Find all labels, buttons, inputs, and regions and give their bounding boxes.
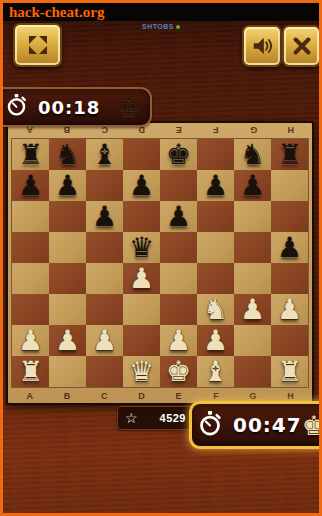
piece-white-king: ♚ bbox=[166, 358, 191, 386]
expand-arrows-icon bbox=[25, 33, 51, 57]
piece-white-knight: ♞ bbox=[203, 296, 228, 324]
square-b7[interactable]: ♟ bbox=[49, 170, 86, 201]
file-label-g-top: G bbox=[235, 123, 272, 138]
square-h6[interactable] bbox=[271, 201, 308, 232]
piece-black-pawn: ♟ bbox=[277, 234, 302, 262]
piece-black-king: ♚ bbox=[166, 141, 191, 169]
square-e1[interactable]: ♚ bbox=[160, 356, 197, 387]
stopwatch-icon bbox=[197, 410, 223, 441]
piece-black-pawn: ♟ bbox=[18, 172, 43, 200]
close-button[interactable] bbox=[282, 25, 321, 67]
square-b8[interactable]: ♞ bbox=[49, 139, 86, 170]
star-icon: ☆ bbox=[125, 411, 138, 425]
square-g5[interactable] bbox=[234, 232, 271, 263]
square-f5[interactable] bbox=[197, 232, 234, 263]
file-label-e-top: E bbox=[160, 123, 197, 138]
piece-white-rook: ♜ bbox=[277, 358, 302, 386]
square-g4[interactable] bbox=[234, 263, 271, 294]
square-c7[interactable] bbox=[86, 170, 123, 201]
watermark-text: SHTOBS bbox=[142, 23, 174, 30]
square-g7[interactable]: ♟ bbox=[234, 170, 271, 201]
square-b3[interactable] bbox=[49, 294, 86, 325]
chess-board: ABCDEFGH ♜♞♝♚♞♜♟♟♟♟♟♟♟♛♟♟♞♟♟♟♟♟♟♟♜♛♚♝♜ A… bbox=[6, 121, 314, 405]
file-label-b-bottom: B bbox=[48, 388, 85, 403]
square-b6[interactable] bbox=[49, 201, 86, 232]
square-h4[interactable] bbox=[271, 263, 308, 294]
file-label-h-top: H bbox=[272, 123, 309, 138]
square-a7[interactable]: ♟ bbox=[12, 170, 49, 201]
square-d3[interactable] bbox=[123, 294, 160, 325]
black-clock-time: 00:18 bbox=[38, 97, 100, 118]
square-c8[interactable]: ♝ bbox=[86, 139, 123, 170]
square-c6[interactable]: ♟ bbox=[86, 201, 123, 232]
square-d4[interactable]: ♟ bbox=[123, 263, 160, 294]
square-f3[interactable]: ♞ bbox=[197, 294, 234, 325]
square-e2[interactable]: ♟ bbox=[160, 325, 197, 356]
square-e4[interactable] bbox=[160, 263, 197, 294]
square-f1[interactable]: ♝ bbox=[197, 356, 234, 387]
square-d6[interactable] bbox=[123, 201, 160, 232]
square-h3[interactable]: ♟ bbox=[271, 294, 308, 325]
file-label-f-top: F bbox=[197, 123, 234, 138]
piece-black-rook: ♜ bbox=[18, 141, 43, 169]
square-a3[interactable] bbox=[12, 294, 49, 325]
square-c3[interactable] bbox=[86, 294, 123, 325]
square-d1[interactable]: ♛ bbox=[123, 356, 160, 387]
square-a1[interactable]: ♜ bbox=[12, 356, 49, 387]
piece-black-knight: ♞ bbox=[240, 141, 265, 169]
piece-black-pawn: ♟ bbox=[55, 172, 80, 200]
square-h1[interactable]: ♜ bbox=[271, 356, 308, 387]
square-c1[interactable] bbox=[86, 356, 123, 387]
piece-black-knight: ♞ bbox=[55, 141, 80, 169]
fullscreen-button[interactable] bbox=[13, 23, 62, 67]
hack-cheat-banner[interactable]: hack-cheat.org bbox=[3, 3, 319, 21]
square-e6[interactable]: ♟ bbox=[160, 201, 197, 232]
square-e7[interactable] bbox=[160, 170, 197, 201]
square-h8[interactable]: ♜ bbox=[271, 139, 308, 170]
square-a5[interactable] bbox=[12, 232, 49, 263]
square-h5[interactable]: ♟ bbox=[271, 232, 308, 263]
square-c4[interactable] bbox=[86, 263, 123, 294]
chess-board-squares: ♜♞♝♚♞♜♟♟♟♟♟♟♟♛♟♟♞♟♟♟♟♟♟♟♜♛♚♝♜ bbox=[11, 138, 309, 388]
square-b2[interactable]: ♟ bbox=[49, 325, 86, 356]
square-f2[interactable]: ♟ bbox=[197, 325, 234, 356]
white-king-icon: ♚ bbox=[302, 412, 322, 439]
piece-white-pawn: ♟ bbox=[240, 296, 265, 324]
piece-white-pawn: ♟ bbox=[277, 296, 302, 324]
file-label-c-bottom: C bbox=[86, 388, 123, 403]
piece-black-queen: ♛ bbox=[129, 234, 154, 262]
square-g1[interactable] bbox=[234, 356, 271, 387]
piece-white-pawn: ♟ bbox=[203, 327, 228, 355]
square-d5[interactable]: ♛ bbox=[123, 232, 160, 263]
file-label-d-bottom: D bbox=[123, 388, 160, 403]
banner-title: hack-cheat.org bbox=[3, 4, 104, 20]
watermark: SHTOBS bbox=[142, 23, 180, 30]
score-value: 4529 bbox=[160, 412, 186, 424]
piece-white-pawn: ♟ bbox=[18, 327, 43, 355]
square-f4[interactable] bbox=[197, 263, 234, 294]
piece-black-pawn: ♟ bbox=[240, 172, 265, 200]
piece-black-bishop: ♝ bbox=[92, 141, 117, 169]
square-b4[interactable] bbox=[49, 263, 86, 294]
square-f6[interactable] bbox=[197, 201, 234, 232]
piece-white-rook: ♜ bbox=[18, 358, 43, 386]
piece-black-pawn: ♟ bbox=[92, 203, 117, 231]
square-h7[interactable] bbox=[271, 170, 308, 201]
square-f8[interactable] bbox=[197, 139, 234, 170]
black-player-clock: 00:18 ♚ bbox=[0, 87, 152, 127]
piece-black-pawn: ♟ bbox=[166, 203, 191, 231]
square-g6[interactable] bbox=[234, 201, 271, 232]
square-d7[interactable]: ♟ bbox=[123, 170, 160, 201]
watermark-dot bbox=[176, 25, 180, 29]
square-e3[interactable] bbox=[160, 294, 197, 325]
sound-button[interactable] bbox=[242, 25, 282, 67]
piece-white-pawn: ♟ bbox=[129, 265, 154, 293]
square-a8[interactable]: ♜ bbox=[12, 139, 49, 170]
piece-white-pawn: ♟ bbox=[55, 327, 80, 355]
square-d2[interactable] bbox=[123, 325, 160, 356]
score-plaque: ☆ 4529 bbox=[117, 406, 195, 430]
square-g2[interactable] bbox=[234, 325, 271, 356]
piece-white-bishop: ♝ bbox=[203, 358, 228, 386]
stopwatch-icon bbox=[5, 93, 28, 121]
piece-white-queen: ♛ bbox=[129, 358, 154, 386]
square-a6[interactable] bbox=[12, 201, 49, 232]
piece-black-pawn: ♟ bbox=[203, 172, 228, 200]
square-f7[interactable]: ♟ bbox=[197, 170, 234, 201]
square-a4[interactable] bbox=[12, 263, 49, 294]
square-d8[interactable] bbox=[123, 139, 160, 170]
file-label-e-bottom: E bbox=[160, 388, 197, 403]
black-king-icon: ♚ bbox=[118, 95, 140, 120]
square-a2[interactable]: ♟ bbox=[12, 325, 49, 356]
square-g3[interactable]: ♟ bbox=[234, 294, 271, 325]
white-clock-time: 00:47 bbox=[233, 413, 302, 437]
piece-white-pawn: ♟ bbox=[92, 327, 117, 355]
square-c2[interactable]: ♟ bbox=[86, 325, 123, 356]
speaker-icon bbox=[250, 35, 274, 57]
square-b1[interactable] bbox=[49, 356, 86, 387]
square-e5[interactable] bbox=[160, 232, 197, 263]
white-player-clock: 00:47 ♚ bbox=[189, 401, 322, 449]
piece-black-rook: ♜ bbox=[277, 141, 302, 169]
piece-black-pawn: ♟ bbox=[129, 172, 154, 200]
square-b5[interactable] bbox=[49, 232, 86, 263]
piece-white-pawn: ♟ bbox=[166, 327, 191, 355]
square-e8[interactable]: ♚ bbox=[160, 139, 197, 170]
square-h2[interactable] bbox=[271, 325, 308, 356]
close-x-icon bbox=[291, 35, 313, 57]
file-label-a-bottom: A bbox=[11, 388, 48, 403]
square-c5[interactable] bbox=[86, 232, 123, 263]
game-screen: hack-cheat.org SHTOBS bbox=[0, 0, 322, 516]
square-g8[interactable]: ♞ bbox=[234, 139, 271, 170]
